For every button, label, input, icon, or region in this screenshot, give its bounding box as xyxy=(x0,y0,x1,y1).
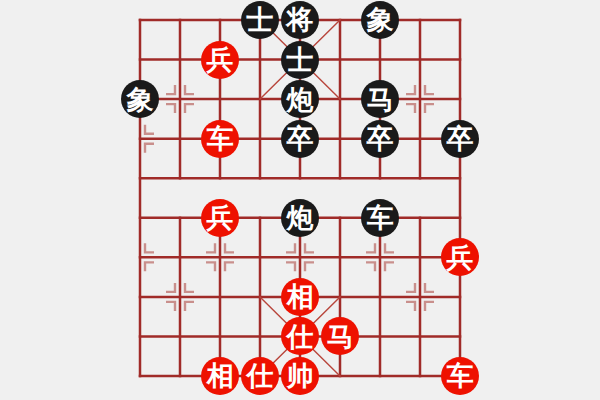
piece-red-soldier[interactable]: 兵 xyxy=(201,199,239,237)
piece-black-soldier[interactable]: 卒 xyxy=(441,120,479,158)
piece-red-chariot[interactable]: 车 xyxy=(441,357,479,395)
piece-red-advisor[interactable]: 仕 xyxy=(281,317,319,355)
piece-black-advisor[interactable]: 士 xyxy=(241,1,279,39)
piece-red-horse[interactable]: 马 xyxy=(321,317,359,355)
piece-black-general[interactable]: 将 xyxy=(281,1,319,39)
piece-black-soldier[interactable]: 卒 xyxy=(361,120,399,158)
piece-black-cannon[interactable]: 炮 xyxy=(281,199,319,237)
piece-red-chariot[interactable]: 车 xyxy=(201,120,239,158)
piece-black-elephant[interactable]: 象 xyxy=(121,80,159,118)
piece-black-soldier[interactable]: 卒 xyxy=(281,120,319,158)
piece-red-soldier[interactable]: 兵 xyxy=(441,238,479,276)
piece-red-general[interactable]: 帅 xyxy=(281,357,319,395)
piece-red-elephant[interactable]: 相 xyxy=(201,357,239,395)
piece-red-advisor[interactable]: 仕 xyxy=(241,357,279,395)
piece-black-chariot[interactable]: 车 xyxy=(361,199,399,237)
piece-black-cannon[interactable]: 炮 xyxy=(281,80,319,118)
piece-black-elephant[interactable]: 象 xyxy=(361,1,399,39)
pieces-layer: 士将象兵士象炮马车卒卒卒兵炮车兵相仕马相仕帅车 xyxy=(120,0,480,395)
piece-red-soldier[interactable]: 兵 xyxy=(201,41,239,79)
xiangqi-board[interactable]: 士将象兵士象炮马车卒卒卒兵炮车兵相仕马相仕帅车 xyxy=(0,0,600,400)
piece-red-elephant[interactable]: 相 xyxy=(281,278,319,316)
piece-black-advisor[interactable]: 士 xyxy=(281,41,319,79)
piece-black-horse[interactable]: 马 xyxy=(361,80,399,118)
